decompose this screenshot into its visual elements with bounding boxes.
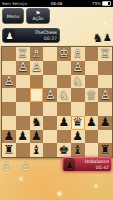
white-pawn-piece[interactable]: ♙: [3, 75, 14, 88]
square-d7[interactable]: [43, 130, 57, 144]
black-pawn-piece[interactable]: ♟: [86, 116, 97, 129]
chess-board[interactable]: ♖♗♔♗♖♙♙♙♙♘♙♘♕♙♞♟♛♟♟♟♟♟♟♜♝♚♝♜: [1, 46, 113, 158]
white-pawn-piece[interactable]: ♙: [72, 61, 83, 74]
white-pawn-piece[interactable]: ♙: [100, 89, 111, 102]
square-b4[interactable]: [16, 88, 30, 102]
square-c3[interactable]: [30, 75, 44, 89]
white-king-piece[interactable]: ♔: [58, 47, 69, 60]
black-pawn-piece[interactable]: ♟: [3, 130, 14, 143]
square-b7[interactable]: ♟: [16, 130, 30, 144]
white-player-clock: 00:27: [16, 36, 57, 42]
black-queen-piece[interactable]: ♛: [72, 116, 83, 129]
square-f3[interactable]: ♘: [71, 75, 85, 89]
square-c5[interactable]: [30, 102, 44, 116]
square-c2[interactable]: ♙: [30, 61, 44, 75]
square-h5[interactable]: [98, 102, 112, 116]
square-g4[interactable]: ♕: [85, 88, 99, 102]
black-player-clock: 00:42: [76, 165, 109, 171]
square-h2[interactable]: [98, 61, 112, 75]
captured-white-pawn-icon: ♙: [2, 160, 12, 173]
square-d3[interactable]: [43, 75, 57, 89]
captured-by-white-tray: ♞♟: [92, 29, 112, 45]
square-h1[interactable]: ♖: [98, 47, 112, 61]
black-player-badge: ♟ Unbalance 00:42: [62, 157, 112, 172]
square-e1[interactable]: ♔: [57, 47, 71, 61]
white-knight-piece[interactable]: ♘: [72, 75, 83, 88]
square-c8[interactable]: ♝: [30, 143, 44, 157]
square-d5[interactable]: [43, 102, 57, 116]
black-pawn-avatar-icon: ♟: [64, 158, 75, 171]
square-e4[interactable]: ♘: [57, 88, 71, 102]
black-pawn-piece[interactable]: ♟: [31, 130, 42, 143]
white-rook-piece[interactable]: ♖: [100, 47, 111, 60]
action-button-label: Ação: [32, 16, 43, 21]
square-e2[interactable]: [57, 61, 71, 75]
square-e6[interactable]: ♟: [57, 116, 71, 130]
square-a3[interactable]: ♙: [2, 75, 16, 89]
square-f4[interactable]: [71, 88, 85, 102]
white-player-badge: ♟ TheChess 00:27: [2, 28, 60, 43]
square-g3[interactable]: [85, 75, 99, 89]
square-c6[interactable]: ♞: [30, 116, 44, 130]
square-g6[interactable]: ♟: [85, 116, 99, 130]
white-pawn-piece[interactable]: ♙: [31, 61, 42, 74]
black-pawn-piece[interactable]: ♟: [58, 116, 69, 129]
square-g1[interactable]: [85, 47, 99, 61]
white-queen-piece[interactable]: ♕: [86, 89, 97, 102]
square-h6[interactable]: ♟: [98, 116, 112, 130]
square-f7[interactable]: ♟: [71, 130, 85, 144]
square-a4[interactable]: [2, 88, 16, 102]
action-button[interactable]: ⚑ Ação: [26, 8, 50, 24]
square-f2[interactable]: ♙: [71, 61, 85, 75]
square-f1[interactable]: ♗: [71, 47, 85, 61]
square-h4[interactable]: ♙: [98, 88, 112, 102]
white-pawn-piece[interactable]: ♙: [17, 61, 28, 74]
square-e7[interactable]: [57, 130, 71, 144]
white-rook-piece[interactable]: ♖: [17, 47, 28, 60]
square-c7[interactable]: ♟: [30, 130, 44, 144]
square-b1[interactable]: ♖: [16, 47, 30, 61]
white-knight-piece[interactable]: ♘: [58, 89, 69, 102]
square-d1[interactable]: [43, 47, 57, 61]
captured-by-black-tray: ♙♙: [2, 157, 40, 173]
square-e5[interactable]: [57, 102, 71, 116]
menu-button-label: Menu: [7, 14, 20, 19]
square-a2[interactable]: [2, 61, 16, 75]
square-c4[interactable]: [30, 88, 44, 102]
black-rook-piece[interactable]: ♜: [3, 144, 14, 157]
square-h8[interactable]: ♜: [98, 143, 112, 157]
black-bishop-piece[interactable]: ♝: [72, 144, 83, 157]
square-b5[interactable]: [16, 102, 30, 116]
black-rook-piece[interactable]: ♜: [100, 144, 111, 157]
captured-black-pawn-icon: ♟: [103, 31, 112, 45]
square-b2[interactable]: ♙: [16, 61, 30, 75]
square-h3[interactable]: [98, 75, 112, 89]
square-d4[interactable]: ♙: [43, 88, 57, 102]
white-pawn-piece[interactable]: ♙: [45, 89, 56, 102]
black-bishop-piece[interactable]: ♝: [31, 144, 42, 157]
app-screen: Sem Serviço 08:08 75% Menu ⚑ Ação ♟ TheC…: [0, 0, 113, 200]
square-d8[interactable]: [43, 143, 57, 157]
square-f6[interactable]: ♛: [71, 116, 85, 130]
square-a8[interactable]: ♜: [2, 143, 16, 157]
square-b8[interactable]: [16, 143, 30, 157]
square-d2[interactable]: [43, 61, 57, 75]
square-f8[interactable]: ♝: [71, 143, 85, 157]
square-f5[interactable]: [71, 102, 85, 116]
black-pawn-piece[interactable]: ♟: [100, 116, 111, 129]
black-pawn-piece[interactable]: ♟: [72, 130, 83, 143]
menu-button[interactable]: Menu: [2, 8, 24, 24]
square-a1[interactable]: [2, 47, 16, 61]
black-king-piece[interactable]: ♚: [58, 144, 69, 157]
clock-label: 08:08: [0, 0, 113, 7]
black-knight-piece[interactable]: ♞: [31, 116, 42, 129]
status-bar: Sem Serviço 08:08 75%: [0, 0, 113, 7]
square-e3[interactable]: [57, 75, 71, 89]
white-pawn-avatar-icon: ♟: [4, 29, 15, 42]
captured-black-knight-icon: ♞: [92, 31, 103, 45]
square-g7[interactable]: [85, 130, 99, 144]
square-b3[interactable]: [16, 75, 30, 89]
square-d6[interactable]: [43, 116, 57, 130]
square-g8[interactable]: [85, 143, 99, 157]
square-b6[interactable]: [16, 116, 30, 130]
black-pawn-piece[interactable]: ♟: [17, 130, 28, 143]
white-bishop-piece[interactable]: ♗: [31, 47, 42, 60]
square-e8[interactable]: ♚: [57, 143, 71, 157]
square-a6[interactable]: [2, 116, 16, 130]
square-h7[interactable]: [98, 130, 112, 144]
white-bishop-piece[interactable]: ♗: [72, 47, 83, 60]
square-a7[interactable]: ♟: [2, 130, 16, 144]
square-g5[interactable]: [85, 102, 99, 116]
square-g2[interactable]: [85, 61, 99, 75]
captured-white-pawn-icon: ♙: [21, 160, 31, 173]
square-c1[interactable]: ♗: [30, 47, 44, 61]
square-a5[interactable]: [2, 102, 16, 116]
